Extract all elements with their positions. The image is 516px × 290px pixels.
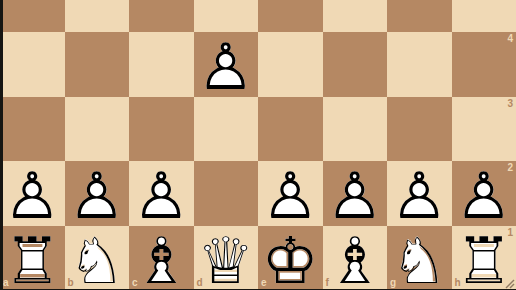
board-resize-handle[interactable] xyxy=(503,277,515,289)
file-label-d: d xyxy=(197,278,203,288)
square-a1[interactable]: ♜♖a xyxy=(0,226,65,290)
white-bishop[interactable]: ♝♗ xyxy=(323,226,388,290)
white-pawn[interactable]: ♟♙ xyxy=(0,161,65,226)
file-label-h: h xyxy=(455,278,461,288)
square-b4[interactable] xyxy=(65,32,130,97)
white-queen-outline: ♕ xyxy=(194,229,259,290)
white-bishop-outline: ♗ xyxy=(323,229,388,290)
white-knight[interactable]: ♞♘ xyxy=(387,226,452,290)
square-f2[interactable]: ♟♙ xyxy=(323,161,388,226)
white-pawn[interactable]: ♟♙ xyxy=(194,32,259,97)
square-f3[interactable] xyxy=(323,97,388,162)
square-h4[interactable]: 4 xyxy=(452,32,516,97)
square-c2[interactable]: ♟♙ xyxy=(129,161,194,226)
square-c4[interactable] xyxy=(129,32,194,97)
square-g3[interactable] xyxy=(387,97,452,162)
square-a3[interactable] xyxy=(0,97,65,162)
square-g2[interactable]: ♟♙ xyxy=(387,161,452,226)
white-pawn-outline: ♙ xyxy=(129,164,194,229)
file-label-g: g xyxy=(390,278,396,288)
square-a2[interactable]: ♟♙ xyxy=(0,161,65,226)
square-a5[interactable] xyxy=(0,0,65,32)
rank-label-4: 4 xyxy=(507,34,513,44)
rank-label-3: 3 xyxy=(507,99,513,109)
square-h5[interactable] xyxy=(452,0,516,32)
white-rook-outline: ♖ xyxy=(0,229,65,290)
white-king[interactable]: ♚♔ xyxy=(258,226,323,290)
square-b2[interactable]: ♟♙ xyxy=(65,161,130,226)
square-e4[interactable] xyxy=(258,32,323,97)
square-d2[interactable] xyxy=(194,161,259,226)
rank-label-2: 2 xyxy=(507,163,513,173)
white-pawn-outline: ♙ xyxy=(65,164,130,229)
square-a4[interactable] xyxy=(0,32,65,97)
square-f1[interactable]: ♝♗f xyxy=(323,226,388,290)
board-grid: ♟♙43♟♙♟♙♟♙♟♙♟♙♟♙♟♙2♜♖a♞♘b♝♗c♛♕d♚♔e♝♗f♞♘g… xyxy=(0,0,516,290)
square-e5[interactable] xyxy=(258,0,323,32)
white-bishop[interactable]: ♝♗ xyxy=(129,226,194,290)
square-e2[interactable]: ♟♙ xyxy=(258,161,323,226)
square-b1[interactable]: ♞♘b xyxy=(65,226,130,290)
file-label-f: f xyxy=(326,278,329,288)
square-c5[interactable] xyxy=(129,0,194,32)
white-pawn[interactable]: ♟♙ xyxy=(387,161,452,226)
square-f5[interactable] xyxy=(323,0,388,32)
white-bishop-outline: ♗ xyxy=(129,229,194,290)
square-g5[interactable] xyxy=(387,0,452,32)
white-rook[interactable]: ♜♖ xyxy=(0,226,65,290)
square-d4[interactable]: ♟♙ xyxy=(194,32,259,97)
white-pawn-outline: ♙ xyxy=(323,164,388,229)
square-d5[interactable] xyxy=(194,0,259,32)
white-king-outline: ♔ xyxy=(258,229,323,290)
white-pawn[interactable]: ♟♙ xyxy=(129,161,194,226)
white-knight-outline: ♘ xyxy=(65,229,130,290)
white-pawn-outline: ♙ xyxy=(387,164,452,229)
white-pawn[interactable]: ♟♙ xyxy=(323,161,388,226)
square-b5[interactable] xyxy=(65,0,130,32)
white-knight[interactable]: ♞♘ xyxy=(65,226,130,290)
square-c1[interactable]: ♝♗c xyxy=(129,226,194,290)
white-pawn[interactable]: ♟♙ xyxy=(452,161,516,226)
white-pawn[interactable]: ♟♙ xyxy=(258,161,323,226)
white-pawn-outline: ♙ xyxy=(452,164,516,229)
file-label-c: c xyxy=(132,278,138,288)
square-h2[interactable]: ♟♙2 xyxy=(452,161,516,226)
resize-hatch-icon xyxy=(503,277,515,289)
white-knight-outline: ♘ xyxy=(387,229,452,290)
window-left-edge xyxy=(0,0,3,290)
file-label-a: a xyxy=(3,278,9,288)
square-b3[interactable] xyxy=(65,97,130,162)
white-pawn[interactable]: ♟♙ xyxy=(65,161,130,226)
square-c3[interactable] xyxy=(129,97,194,162)
white-pawn-outline: ♙ xyxy=(258,164,323,229)
rank-label-1: 1 xyxy=(507,228,513,238)
square-g1[interactable]: ♞♘g xyxy=(387,226,452,290)
white-queen[interactable]: ♛♕ xyxy=(194,226,259,290)
square-e3[interactable] xyxy=(258,97,323,162)
white-pawn-outline: ♙ xyxy=(194,35,259,100)
square-e1[interactable]: ♚♔e xyxy=(258,226,323,290)
square-g4[interactable] xyxy=(387,32,452,97)
file-label-b: b xyxy=(68,278,74,288)
square-f4[interactable] xyxy=(323,32,388,97)
square-d1[interactable]: ♛♕d xyxy=(194,226,259,290)
square-h3[interactable]: 3 xyxy=(452,97,516,162)
white-pawn-outline: ♙ xyxy=(0,164,65,229)
chess-board: ♟♙43♟♙♟♙♟♙♟♙♟♙♟♙♟♙2♜♖a♞♘b♝♗c♛♕d♚♔e♝♗f♞♘g… xyxy=(0,0,516,290)
file-label-e: e xyxy=(261,278,267,288)
square-d3[interactable] xyxy=(194,97,259,162)
